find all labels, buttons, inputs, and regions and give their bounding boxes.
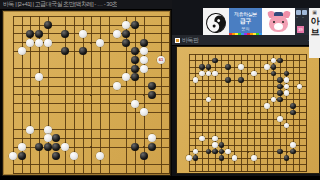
- taegeuk-icon: [203, 9, 229, 37]
- ad-text-line2: 급구: [229, 17, 262, 26]
- black-stone: [52, 143, 60, 151]
- black-stone: [290, 110, 296, 116]
- black-stone: [219, 142, 225, 148]
- black-stone: [122, 30, 130, 38]
- mini-board-surface: [176, 46, 320, 174]
- black-stone: [271, 71, 277, 77]
- white-stone: [122, 21, 130, 29]
- white-stone: [96, 152, 104, 160]
- white-stone: [26, 126, 34, 134]
- black-stone: [35, 143, 43, 151]
- black-stone: [79, 47, 87, 55]
- fox-mascot-tile[interactable]: [262, 8, 295, 38]
- white-stone: [79, 30, 87, 38]
- black-stone: [131, 21, 139, 29]
- black-stone: [148, 82, 156, 90]
- white-stone: [140, 65, 148, 73]
- black-stone: [290, 103, 296, 109]
- black-stone: [290, 149, 296, 155]
- black-stone: [140, 39, 148, 47]
- black-stone: [225, 77, 231, 83]
- white-stone: [232, 155, 238, 161]
- black-stone: [277, 84, 283, 90]
- board-icon: [175, 38, 180, 43]
- white-stone: [271, 58, 277, 64]
- white-stone: [212, 71, 218, 77]
- black-stone: [131, 73, 139, 81]
- black-stone: [52, 152, 60, 160]
- black-stone: [26, 30, 34, 38]
- white-stone: [140, 108, 148, 116]
- ad-text-line3: 문의: [229, 26, 262, 31]
- black-stone: [277, 58, 283, 64]
- black-stone: [284, 155, 290, 161]
- white-stone: [61, 143, 69, 151]
- white-stone: [212, 142, 218, 148]
- black-stone: [277, 97, 283, 103]
- user-icon[interactable]: [302, 10, 307, 15]
- white-stone: [199, 71, 205, 77]
- black-stone: [35, 30, 43, 38]
- white-stone: [284, 123, 290, 129]
- white-stone: [284, 84, 290, 90]
- black-stone: [44, 143, 52, 151]
- white-stone: [199, 136, 205, 142]
- yinyang-logo-tile[interactable]: [203, 8, 229, 38]
- black-stone: [61, 47, 69, 55]
- fox-eye: [282, 21, 284, 23]
- black-stone: [140, 152, 148, 160]
- mini-board-window: 바둑판 ─ ▫: [172, 35, 320, 180]
- white-stone: 61: [157, 56, 165, 64]
- strip-char-1: 아: [309, 16, 320, 27]
- black-stone: [122, 39, 130, 47]
- white-stone: [18, 143, 26, 151]
- black-stone: [131, 56, 139, 64]
- black-stone: [131, 47, 139, 55]
- black-stone: [284, 71, 290, 77]
- black-stone: [212, 149, 218, 155]
- white-stone: [212, 136, 218, 142]
- white-stone: [284, 90, 290, 96]
- white-stone: [225, 149, 231, 155]
- black-stone: [277, 149, 283, 155]
- white-stone: [277, 116, 283, 122]
- black-stone: [131, 65, 139, 73]
- black-stone: [44, 21, 52, 29]
- white-stone: [113, 30, 121, 38]
- white-stone: [9, 152, 17, 160]
- white-stone: [44, 134, 52, 142]
- black-stone: [52, 134, 60, 142]
- screen: 바둑 | [2+41] | 고급대국실 초반[백차례] - … - 30초 ★ …: [0, 0, 320, 180]
- black-stone: [219, 155, 225, 161]
- fox-hat: [274, 12, 283, 16]
- window-title: 바둑 | [2+41] | 고급대국실 초반[백차례] - … - 30초: [0, 0, 117, 9]
- black-stone: [193, 155, 199, 161]
- white-stone: [122, 73, 130, 81]
- black-stone: [206, 149, 212, 155]
- black-stone: [206, 64, 212, 70]
- black-stone: [148, 91, 156, 99]
- fox-snout: [274, 23, 283, 30]
- side-white-strip[interactable]: ▣ 아 브: [309, 8, 320, 58]
- white-stone: [238, 64, 244, 70]
- white-stone: [148, 134, 156, 142]
- white-stone: [193, 149, 199, 155]
- sidebar-banner-row: 제휴하실분 급구 문의 ··· ··· 39 ▣ 아 브: [172, 0, 320, 35]
- main-go-board[interactable]: 61: [8, 12, 174, 178]
- white-stone: [264, 103, 270, 109]
- fox-eye: [273, 21, 275, 23]
- black-stone: [148, 143, 156, 151]
- white-stone: [284, 77, 290, 83]
- last-move-number: 61: [157, 56, 165, 64]
- white-stone: [186, 155, 192, 161]
- strip-char-2: 브: [309, 27, 320, 38]
- black-stone: [219, 149, 225, 155]
- black-stone: [238, 77, 244, 83]
- black-stone: [61, 30, 69, 38]
- mini-go-board[interactable]: [186, 51, 310, 175]
- white-stone: [290, 142, 296, 148]
- main-go-board-window: 61: [2, 10, 171, 176]
- white-stone: [44, 126, 52, 134]
- black-stone: [225, 64, 231, 70]
- white-stone: [251, 71, 257, 77]
- white-stone: [271, 97, 277, 103]
- bottom-edge: [0, 176, 320, 180]
- white-stone: [140, 47, 148, 55]
- white-stone: [35, 73, 43, 81]
- black-stone: [18, 152, 26, 160]
- mini-window-title: 바둑판: [182, 36, 199, 45]
- pink-badge[interactable]: 39: [297, 26, 304, 33]
- black-stone: [271, 64, 277, 70]
- white-stone: [251, 155, 257, 161]
- white-stone: [113, 82, 121, 90]
- white-stone: [206, 71, 212, 77]
- black-stone: [277, 90, 283, 96]
- black-stone: [212, 58, 218, 64]
- white-stone: [70, 152, 78, 160]
- white-stone: [193, 77, 199, 83]
- white-stone: [206, 97, 212, 103]
- black-stone: [277, 77, 283, 83]
- panel-icon: ▣: [309, 8, 320, 16]
- white-stone: [18, 47, 26, 55]
- mini-window-header[interactable]: 바둑판 ─ ▫: [172, 35, 320, 46]
- black-stone: [199, 64, 205, 70]
- white-stone: [26, 39, 34, 47]
- white-stone: [297, 84, 303, 90]
- white-stone: [264, 64, 270, 70]
- white-stone: [140, 56, 148, 64]
- white-stone: [131, 100, 139, 108]
- white-stone: [96, 39, 104, 47]
- white-stone: [44, 39, 52, 47]
- ad-banner-tile[interactable]: 제휴하실분 급구 문의: [229, 8, 262, 38]
- mini-icons-tile[interactable]: ··· ··· 39: [295, 8, 309, 38]
- user-icon[interactable]: [296, 10, 301, 15]
- black-stone: [131, 143, 139, 151]
- white-stone: [35, 39, 43, 47]
